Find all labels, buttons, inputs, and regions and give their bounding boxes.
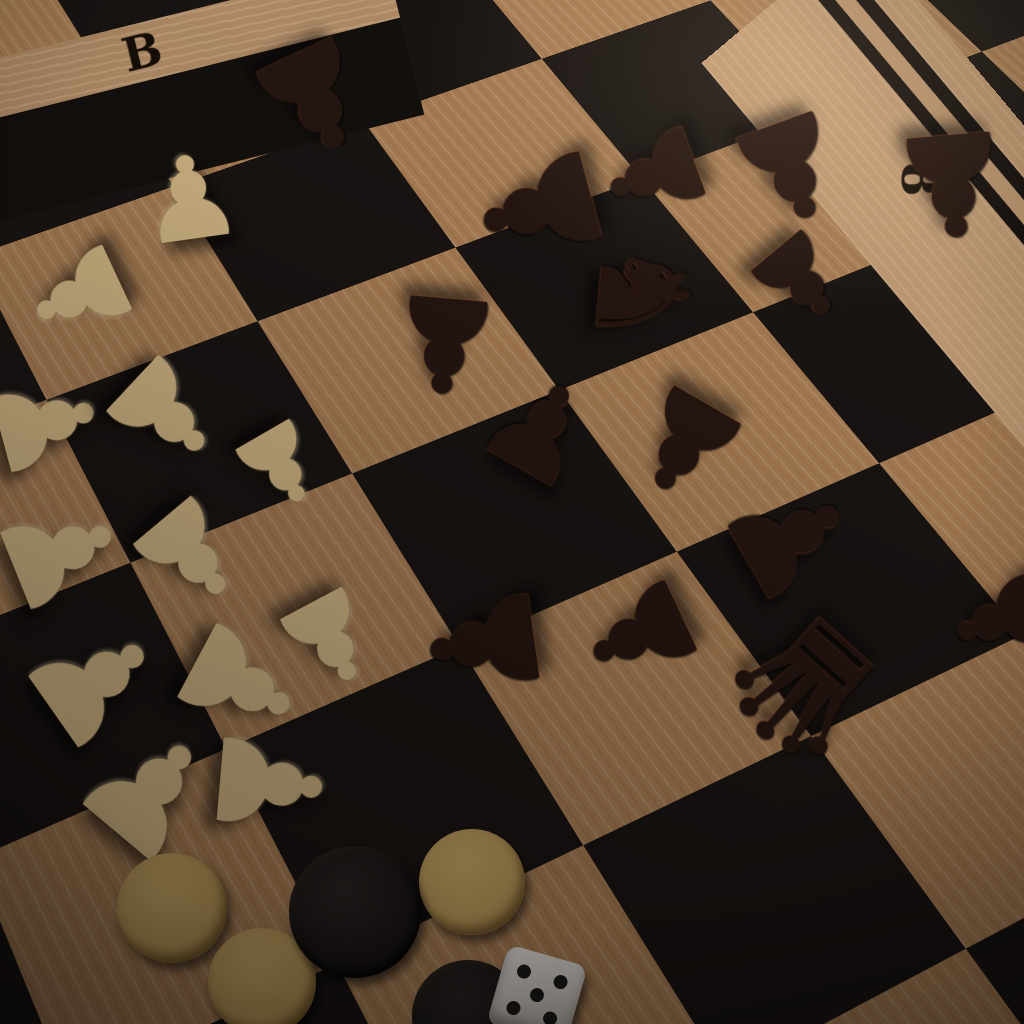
product-photo-stage: B 8 ♟♟♟♟♟♟♟♟♟♟♟♟♟♟♟♞♟♟♟♟♟♟♟♟♟♛♟ — [0, 0, 1024, 1024]
die-pip — [552, 973, 569, 990]
dark-pawn[interactable]: ♟ — [883, 108, 1020, 258]
light-pawn[interactable]: ♟ — [193, 714, 343, 851]
file-label-b: B — [116, 19, 168, 85]
dark-checker-disc[interactable] — [289, 846, 421, 978]
dark-pawn[interactable]: ♟ — [406, 570, 564, 716]
light-checker-disc[interactable] — [117, 853, 227, 963]
die-pip — [505, 999, 522, 1016]
die-pip — [515, 963, 532, 980]
die-pip — [528, 986, 545, 1003]
light-pawn[interactable]: ♟ — [131, 135, 249, 263]
dark-pawn[interactable]: ♟ — [381, 274, 508, 414]
die-pip — [541, 1010, 558, 1024]
light-checker-disc[interactable] — [419, 829, 525, 935]
dark-knight[interactable]: ♞ — [576, 232, 710, 355]
